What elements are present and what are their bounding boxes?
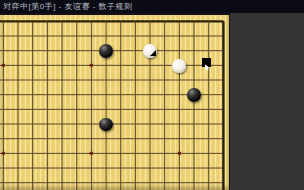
- white-stone-O17: [143, 44, 157, 58]
- black-stone-R14: [187, 88, 201, 102]
- window-title: 对弈中[第0手] - 友谊赛 - 数子规则: [0, 0, 133, 13]
- go-app-window: 对弈中[第0手] - 友谊赛 - 数子规则: [0, 0, 304, 190]
- black-stone-L17: [99, 44, 113, 58]
- mouse-cursor-icon: [202, 58, 211, 67]
- black-stone-L12: [99, 118, 113, 132]
- stones-layer: [0, 14, 230, 190]
- go-board[interactable]: [0, 13, 230, 190]
- cursor-arrow-icon: [202, 63, 211, 72]
- last-move-marker: [150, 50, 156, 56]
- titlebar: 对弈中[第0手] - 友谊赛 - 数子规则: [0, 0, 304, 13]
- white-stone-Q16: [172, 59, 186, 73]
- board-surface: [0, 14, 230, 190]
